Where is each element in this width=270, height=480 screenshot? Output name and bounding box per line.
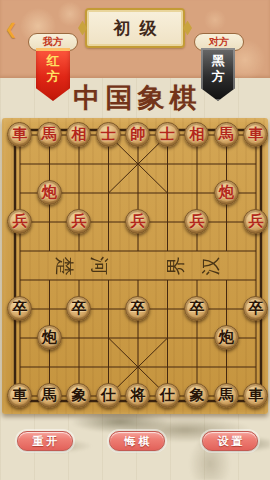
restart-button-label: 重开 xyxy=(30,434,61,449)
board-point-r6c5[interactable] xyxy=(153,294,183,323)
board-point-r2c3[interactable] xyxy=(94,178,124,207)
board-point-r0c0[interactable]: 車 xyxy=(5,120,35,149)
board-point-r0c1[interactable]: 馬 xyxy=(35,120,65,149)
board-point-r3c6[interactable]: 兵 xyxy=(182,207,212,236)
board-point-r0c6[interactable]: 相 xyxy=(182,120,212,149)
board-point-r9c4[interactable]: 将 xyxy=(123,381,153,410)
board-point-r3c2[interactable]: 兵 xyxy=(64,207,94,236)
board-panel: 楚 河 界 汉 車馬相士帥士相馬車炮炮兵兵兵兵兵卒卒卒卒卒炮炮車馬象仕将仕象馬車 xyxy=(2,118,268,414)
piece-black-卒[interactable]: 卒 xyxy=(243,296,268,321)
board-point-r2c6[interactable] xyxy=(182,178,212,207)
piece-black-卒[interactable]: 卒 xyxy=(125,296,150,321)
board-point-r3c8[interactable]: 兵 xyxy=(241,207,270,236)
board-point-r2c1[interactable]: 炮 xyxy=(35,178,65,207)
board-point-r8c0[interactable] xyxy=(5,352,35,381)
piece-red-士[interactable]: 士 xyxy=(96,122,121,147)
board-point-r2c0[interactable] xyxy=(5,178,35,207)
board-point-r8c7[interactable] xyxy=(212,352,242,381)
level-label: 初级 xyxy=(105,17,166,40)
settings-button-label: 设置 xyxy=(215,434,246,449)
piece-black-卒[interactable]: 卒 xyxy=(184,296,209,321)
undo-button-label: 悔棋 xyxy=(122,434,153,449)
back-button[interactable]: ❮ xyxy=(5,20,18,38)
board-point-r4c2[interactable] xyxy=(64,236,94,265)
board-point-r4c0[interactable] xyxy=(5,236,35,265)
red-banner-char: 方 xyxy=(47,69,60,85)
my-side-tab-label: 我方 xyxy=(43,35,63,49)
board-point-r3c3[interactable] xyxy=(94,207,124,236)
piece-red-兵[interactable]: 兵 xyxy=(125,209,150,234)
board-point-r8c3[interactable] xyxy=(94,352,124,381)
board-point-r7c5[interactable] xyxy=(153,323,183,352)
board-point-r3c4[interactable]: 兵 xyxy=(123,207,153,236)
black-banner-char: 黑 xyxy=(212,53,225,69)
board-point-r5c0[interactable] xyxy=(5,265,35,294)
board-point-r1c1[interactable] xyxy=(35,149,65,178)
back-chevron-icon: ❮ xyxy=(5,20,18,38)
opponent-tab-label: 对方 xyxy=(209,35,229,49)
board-point-r8c4[interactable] xyxy=(123,352,153,381)
piece-red-車[interactable]: 車 xyxy=(243,122,268,147)
board-point-r8c8[interactable] xyxy=(241,352,270,381)
board-grid: 車馬相士帥士相馬車炮炮兵兵兵兵兵卒卒卒卒卒炮炮車馬象仕将仕象馬車 xyxy=(5,120,270,410)
board-point-r5c4[interactable] xyxy=(123,265,153,294)
board-point-r0c4[interactable]: 帥 xyxy=(123,120,153,149)
undo-move-button[interactable]: 悔棋 xyxy=(109,431,165,451)
board-point-r4c7[interactable] xyxy=(212,236,242,265)
board-point-r1c2[interactable] xyxy=(64,149,94,178)
board-point-r0c2[interactable]: 相 xyxy=(64,120,94,149)
board-point-r0c7[interactable]: 馬 xyxy=(212,120,242,149)
piece-black-象[interactable]: 象 xyxy=(66,383,91,408)
board-point-r6c2[interactable]: 卒 xyxy=(64,294,94,323)
red-banner-char: 红 xyxy=(47,53,60,69)
board-point-r2c8[interactable] xyxy=(241,178,270,207)
board-point-r7c0[interactable] xyxy=(5,323,35,352)
piece-red-相[interactable]: 相 xyxy=(66,122,91,147)
piece-red-兵[interactable]: 兵 xyxy=(184,209,209,234)
black-banner-char: 方 xyxy=(212,69,225,85)
board-point-r8c1[interactable] xyxy=(35,352,65,381)
board-point-r9c2[interactable]: 象 xyxy=(64,381,94,410)
piece-red-帥[interactable]: 帥 xyxy=(125,122,150,147)
board-point-r7c2[interactable] xyxy=(64,323,94,352)
board-point-r4c6[interactable] xyxy=(182,236,212,265)
board-point-r0c5[interactable]: 士 xyxy=(153,120,183,149)
board-point-r8c6[interactable] xyxy=(182,352,212,381)
board-point-r5c8[interactable] xyxy=(241,265,270,294)
board-point-r0c3[interactable]: 士 xyxy=(94,120,124,149)
board-point-r9c7[interactable]: 馬 xyxy=(212,381,242,410)
board-point-r1c5[interactable] xyxy=(153,149,183,178)
board-point-r2c4[interactable] xyxy=(123,178,153,207)
piece-black-馬[interactable]: 馬 xyxy=(214,383,239,408)
board-point-r8c2[interactable] xyxy=(64,352,94,381)
board-point-r3c5[interactable] xyxy=(153,207,183,236)
piece-red-兵[interactable]: 兵 xyxy=(7,209,32,234)
board-point-r2c5[interactable] xyxy=(153,178,183,207)
piece-red-士[interactable]: 士 xyxy=(155,122,180,147)
board-point-r2c2[interactable] xyxy=(64,178,94,207)
board-point-r6c3[interactable] xyxy=(94,294,124,323)
settings-button[interactable]: 设置 xyxy=(202,431,258,451)
board-point-r7c1[interactable]: 炮 xyxy=(35,323,65,352)
piece-black-象[interactable]: 象 xyxy=(184,383,209,408)
board-point-r9c5[interactable]: 仕 xyxy=(153,381,183,410)
board-point-r9c0[interactable]: 車 xyxy=(5,381,35,410)
board-point-r6c8[interactable]: 卒 xyxy=(241,294,270,323)
board-point-r7c4[interactable] xyxy=(123,323,153,352)
board-point-r4c3[interactable] xyxy=(94,236,124,265)
board-point-r1c0[interactable] xyxy=(5,149,35,178)
board-point-r7c6[interactable] xyxy=(182,323,212,352)
board-point-r9c8[interactable]: 車 xyxy=(241,381,270,410)
board-point-r4c5[interactable] xyxy=(153,236,183,265)
piece-red-兵[interactable]: 兵 xyxy=(243,209,268,234)
piece-black-炮[interactable]: 炮 xyxy=(214,325,239,350)
app-screen: ❮ 初级 我方 对方 红 方 黑 方 中国象棋 xyxy=(0,0,270,480)
board-point-r7c8[interactable] xyxy=(241,323,270,352)
piece-red-馬[interactable]: 馬 xyxy=(214,122,239,147)
board-point-r6c1[interactable] xyxy=(35,294,65,323)
piece-black-車[interactable]: 車 xyxy=(7,383,32,408)
board-point-r1c3[interactable] xyxy=(94,149,124,178)
board-point-r6c0[interactable]: 卒 xyxy=(5,294,35,323)
restart-button[interactable]: 重开 xyxy=(17,431,73,451)
board-point-r6c4[interactable]: 卒 xyxy=(123,294,153,323)
board-point-r9c6[interactable]: 象 xyxy=(182,381,212,410)
piece-black-仕[interactable]: 仕 xyxy=(155,383,180,408)
board-point-r5c2[interactable] xyxy=(64,265,94,294)
board-point-r5c3[interactable] xyxy=(94,265,124,294)
piece-red-馬[interactable]: 馬 xyxy=(37,122,62,147)
board-point-r7c3[interactable] xyxy=(94,323,124,352)
board-point-r4c1[interactable] xyxy=(35,236,65,265)
board-point-r6c6[interactable]: 卒 xyxy=(182,294,212,323)
board-point-r1c4[interactable] xyxy=(123,149,153,178)
piece-red-兵[interactable]: 兵 xyxy=(66,209,91,234)
board-point-r8c5[interactable] xyxy=(153,352,183,381)
piece-black-将[interactable]: 将 xyxy=(125,383,150,408)
piece-black-車[interactable]: 車 xyxy=(243,383,268,408)
board-point-r5c6[interactable] xyxy=(182,265,212,294)
board-point-r6c7[interactable] xyxy=(212,294,242,323)
board-point-r1c6[interactable] xyxy=(182,149,212,178)
piece-black-卒[interactable]: 卒 xyxy=(66,296,91,321)
piece-black-卒[interactable]: 卒 xyxy=(7,296,32,321)
piece-black-仕[interactable]: 仕 xyxy=(96,383,121,408)
piece-black-馬[interactable]: 馬 xyxy=(37,383,62,408)
board-point-r5c5[interactable] xyxy=(153,265,183,294)
board-point-r1c8[interactable] xyxy=(241,149,270,178)
board-point-r3c7[interactable] xyxy=(212,207,242,236)
board-point-r3c0[interactable]: 兵 xyxy=(5,207,35,236)
piece-red-車[interactable]: 車 xyxy=(7,122,32,147)
piece-red-炮[interactable]: 炮 xyxy=(37,180,62,205)
board-point-r2c7[interactable]: 炮 xyxy=(212,178,242,207)
board-point-r7c7[interactable]: 炮 xyxy=(212,323,242,352)
board-point-r3c1[interactable] xyxy=(35,207,65,236)
board-point-r4c8[interactable] xyxy=(241,236,270,265)
level-plaque[interactable]: 初级 xyxy=(85,8,185,48)
board-point-r0c8[interactable]: 車 xyxy=(241,120,270,149)
piece-black-炮[interactable]: 炮 xyxy=(37,325,62,350)
board-point-r9c3[interactable]: 仕 xyxy=(94,381,124,410)
piece-red-相[interactable]: 相 xyxy=(184,122,209,147)
board-point-r4c4[interactable] xyxy=(123,236,153,265)
board-point-r5c7[interactable] xyxy=(212,265,242,294)
piece-red-炮[interactable]: 炮 xyxy=(214,180,239,205)
board-point-r5c1[interactable] xyxy=(35,265,65,294)
board-point-r1c7[interactable] xyxy=(212,149,242,178)
board-point-r9c1[interactable]: 馬 xyxy=(35,381,65,410)
